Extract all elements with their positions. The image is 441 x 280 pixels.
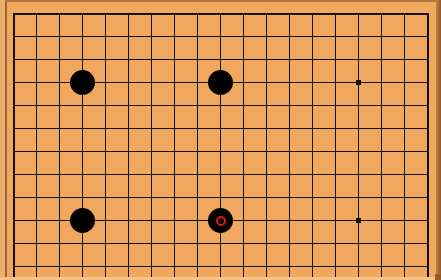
grid-line-horizontal xyxy=(13,266,429,267)
grid-line-vertical xyxy=(105,13,106,278)
black-stone xyxy=(70,70,95,95)
grid-line-vertical xyxy=(174,13,175,278)
frame-edge-right xyxy=(436,0,441,280)
grid-line-vertical xyxy=(335,13,336,278)
grid-line-horizontal xyxy=(13,36,429,37)
go-board-diagram xyxy=(0,0,441,280)
grid-line-vertical xyxy=(82,13,83,278)
grid-line-vertical xyxy=(289,13,290,278)
grid-line-vertical xyxy=(128,13,129,278)
black-stone xyxy=(208,70,233,95)
grid-line-horizontal xyxy=(13,105,429,106)
circle-mark-icon xyxy=(216,216,226,226)
grid-line-horizontal xyxy=(13,243,429,244)
grid-line-vertical xyxy=(36,13,37,278)
grid-line-vertical xyxy=(197,13,198,278)
grid-line-horizontal xyxy=(13,13,429,15)
grid-line-vertical xyxy=(312,13,313,278)
grid-line-vertical xyxy=(220,13,221,278)
grid-line-vertical xyxy=(381,13,382,278)
frame-edge-top xyxy=(0,0,441,2)
grid-line-vertical xyxy=(243,13,244,278)
grid-line-vertical xyxy=(151,13,152,278)
grid-line-vertical xyxy=(13,13,15,278)
black-stone xyxy=(70,208,95,233)
grid-line-vertical xyxy=(59,13,60,278)
grid-line-horizontal xyxy=(13,59,429,60)
grid-line-horizontal xyxy=(13,128,429,129)
black-stone-marked xyxy=(208,208,233,233)
grid-line-horizontal xyxy=(13,174,429,175)
star-point xyxy=(356,218,361,223)
go-board xyxy=(0,0,441,280)
grid-line-vertical xyxy=(266,13,267,278)
grid-line-vertical xyxy=(358,13,359,278)
grid-line-vertical xyxy=(427,13,429,278)
star-point xyxy=(356,80,361,85)
frame-corner-bottom-right xyxy=(435,274,441,280)
grid-line-horizontal xyxy=(13,151,429,152)
grid-line-vertical xyxy=(404,13,405,278)
frame-edge-left-shadow xyxy=(5,2,7,278)
grid-line-horizontal xyxy=(13,197,429,198)
